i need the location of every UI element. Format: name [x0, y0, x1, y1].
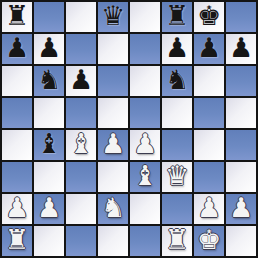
white-pawn-icon: ♟ — [101, 130, 125, 159]
square-d4[interactable]: ♟ — [98, 130, 128, 160]
square-h1[interactable] — [226, 226, 256, 256]
square-b3[interactable] — [34, 162, 64, 192]
black-bishop-icon: ♝ — [37, 130, 61, 159]
square-c8[interactable] — [66, 2, 96, 32]
square-g6[interactable] — [194, 66, 224, 96]
square-b7[interactable]: ♟ — [34, 34, 64, 64]
square-c7[interactable] — [66, 34, 96, 64]
white-king-icon: ♚ — [197, 226, 221, 255]
square-f1[interactable]: ♜ — [162, 226, 192, 256]
black-king-icon: ♚ — [197, 2, 221, 31]
square-f3[interactable]: ♛ — [162, 162, 192, 192]
square-d5[interactable] — [98, 98, 128, 128]
square-c5[interactable] — [66, 98, 96, 128]
square-a3[interactable] — [2, 162, 32, 192]
white-pawn-icon: ♟ — [37, 194, 61, 223]
square-h2[interactable]: ♟ — [226, 194, 256, 224]
square-b2[interactable]: ♟ — [34, 194, 64, 224]
black-queen-icon: ♛ — [101, 2, 125, 31]
board-container: ♜♛♜♚♟♟♟♟♟♞♟♞♝♝♟♟♝♛♟♟♞♟♟♜♜♚ — [0, 0, 258, 258]
square-b6[interactable]: ♞ — [34, 66, 64, 96]
square-c3[interactable] — [66, 162, 96, 192]
square-a8[interactable]: ♜ — [2, 2, 32, 32]
square-g8[interactable]: ♚ — [194, 2, 224, 32]
square-d2[interactable]: ♞ — [98, 194, 128, 224]
black-knight-icon: ♞ — [165, 66, 189, 95]
square-h6[interactable] — [226, 66, 256, 96]
square-a6[interactable] — [2, 66, 32, 96]
black-pawn-icon: ♟ — [5, 34, 29, 63]
square-a2[interactable]: ♟ — [2, 194, 32, 224]
square-d3[interactable] — [98, 162, 128, 192]
white-rook-icon: ♜ — [5, 226, 29, 255]
square-e5[interactable] — [130, 98, 160, 128]
square-d1[interactable] — [98, 226, 128, 256]
black-knight-icon: ♞ — [37, 66, 61, 95]
square-b8[interactable] — [34, 2, 64, 32]
white-bishop-icon: ♝ — [133, 162, 157, 191]
square-b5[interactable] — [34, 98, 64, 128]
black-rook-icon: ♜ — [165, 2, 189, 31]
black-pawn-icon: ♟ — [37, 34, 61, 63]
white-pawn-icon: ♟ — [133, 130, 157, 159]
square-e4[interactable]: ♟ — [130, 130, 160, 160]
square-f5[interactable] — [162, 98, 192, 128]
square-h5[interactable] — [226, 98, 256, 128]
chess-board: ♜♛♜♚♟♟♟♟♟♞♟♞♝♝♟♟♝♛♟♟♞♟♟♜♜♚ — [0, 0, 258, 258]
square-e6[interactable] — [130, 66, 160, 96]
square-c4[interactable]: ♝ — [66, 130, 96, 160]
square-g1[interactable]: ♚ — [194, 226, 224, 256]
black-pawn-icon: ♟ — [197, 34, 221, 63]
square-c2[interactable] — [66, 194, 96, 224]
square-d6[interactable] — [98, 66, 128, 96]
square-e3[interactable]: ♝ — [130, 162, 160, 192]
square-e2[interactable] — [130, 194, 160, 224]
square-g3[interactable] — [194, 162, 224, 192]
square-b4[interactable]: ♝ — [34, 130, 64, 160]
square-g2[interactable]: ♟ — [194, 194, 224, 224]
square-a4[interactable] — [2, 130, 32, 160]
white-pawn-icon: ♟ — [5, 194, 29, 223]
square-f7[interactable]: ♟ — [162, 34, 192, 64]
square-g4[interactable] — [194, 130, 224, 160]
square-e1[interactable] — [130, 226, 160, 256]
black-pawn-icon: ♟ — [69, 66, 93, 95]
white-bishop-icon: ♝ — [69, 130, 93, 159]
square-f8[interactable]: ♜ — [162, 2, 192, 32]
square-h7[interactable]: ♟ — [226, 34, 256, 64]
square-d8[interactable]: ♛ — [98, 2, 128, 32]
square-h3[interactable] — [226, 162, 256, 192]
black-pawn-icon: ♟ — [165, 34, 189, 63]
square-e8[interactable] — [130, 2, 160, 32]
white-rook-icon: ♜ — [165, 226, 189, 255]
white-queen-icon: ♛ — [165, 162, 189, 191]
square-a5[interactable] — [2, 98, 32, 128]
square-d7[interactable] — [98, 34, 128, 64]
square-a1[interactable]: ♜ — [2, 226, 32, 256]
white-knight-icon: ♞ — [101, 194, 125, 223]
square-c6[interactable]: ♟ — [66, 66, 96, 96]
square-f6[interactable]: ♞ — [162, 66, 192, 96]
square-f4[interactable] — [162, 130, 192, 160]
square-g5[interactable] — [194, 98, 224, 128]
square-c1[interactable] — [66, 226, 96, 256]
square-h4[interactable] — [226, 130, 256, 160]
black-pawn-icon: ♟ — [229, 34, 253, 63]
white-pawn-icon: ♟ — [229, 194, 253, 223]
square-b1[interactable] — [34, 226, 64, 256]
square-g7[interactable]: ♟ — [194, 34, 224, 64]
black-rook-icon: ♜ — [5, 2, 29, 31]
square-f2[interactable] — [162, 194, 192, 224]
square-h8[interactable] — [226, 2, 256, 32]
square-e7[interactable] — [130, 34, 160, 64]
white-pawn-icon: ♟ — [197, 194, 221, 223]
square-a7[interactable]: ♟ — [2, 34, 32, 64]
